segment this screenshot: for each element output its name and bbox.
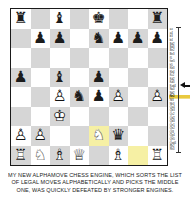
square-g7[interactable]: ♟ (128, 29, 148, 49)
piece-white-P-h4[interactable]: ♟♙ (148, 87, 168, 107)
piece-glyph: ♜ (148, 9, 168, 29)
square-b4[interactable] (31, 87, 51, 107)
move-item[interactable]: Kb4 (169, 70, 190, 74)
move-item[interactable]: Qd2 (169, 116, 190, 120)
piece-glyph: ♞ (70, 87, 90, 107)
square-g2[interactable] (128, 126, 148, 146)
square-b6[interactable] (31, 48, 51, 68)
comic-panel: ♜♝♚♜♟♟♞♟♟♟♟♝♟♟♙♞♟♟♙♟♙♚♔♟♙♟♙♞♘♛♜♖♞♘♝♗♛♕♝♗… (0, 0, 190, 200)
legal-move-list-inner: a3a4b3b4Bd2Bd3Be2Be3f5fxe5h5Kb3Kb4Kc2Kd2… (169, 28, 190, 152)
move-item[interactable]: h5 (169, 63, 190, 67)
piece-black-N-e7[interactable]: ♞ (89, 29, 109, 49)
piece-black-P-e4[interactable]: ♟ (89, 87, 109, 107)
square-d6[interactable] (70, 48, 90, 68)
square-d4[interactable]: ♞ (70, 87, 90, 107)
square-h2[interactable] (148, 126, 168, 146)
move-item[interactable]: Qe2 (169, 126, 190, 130)
square-g6[interactable] (128, 48, 148, 68)
move-item[interactable]: Qe1 (169, 123, 190, 127)
piece-glyph: ♟ (31, 29, 51, 49)
selected-move-item[interactable]: Ne2 (169, 95, 190, 99)
piece-black-P-g7[interactable]: ♟ (128, 29, 148, 49)
piece-white-R-h1[interactable]: ♜♖ (148, 146, 168, 166)
square-c7[interactable]: ♟ (50, 29, 70, 49)
move-item[interactable]: Qd3 (169, 119, 190, 123)
square-c3[interactable]: ♚♔ (50, 107, 70, 127)
piece-outline: ♙ (11, 126, 31, 146)
square-f1[interactable]: ♝♗ (109, 146, 129, 166)
square-h4[interactable]: ♟♙ (148, 87, 168, 107)
move-item[interactable]: Nf3 (169, 98, 190, 102)
piece-outline: ♔ (50, 107, 70, 127)
move-item[interactable]: a3 (169, 28, 190, 32)
square-a3[interactable] (11, 107, 31, 127)
move-item[interactable]: Rh2 (169, 144, 190, 148)
square-f3[interactable] (109, 107, 129, 127)
square-a8[interactable]: ♜ (11, 9, 31, 29)
piece-black-P-e5[interactable]: ♟ (89, 68, 109, 88)
square-b2[interactable]: ♟♙ (31, 126, 51, 146)
square-a1[interactable]: ♜♖ (11, 146, 31, 166)
piece-black-P-f7[interactable]: ♟ (109, 29, 129, 49)
square-g4[interactable] (128, 87, 148, 107)
piece-outline: ♘ (89, 126, 109, 146)
move-item[interactable]: Nh3 (169, 102, 190, 106)
move-item[interactable]: Be2 (169, 49, 190, 53)
piece-black-Q-f2[interactable]: ♛ (109, 126, 129, 146)
piece-outline: ♙ (109, 87, 129, 107)
piece-white-B-f1[interactable]: ♝♗ (109, 146, 129, 166)
square-a4[interactable] (11, 87, 31, 107)
move-item[interactable]: Be3 (169, 52, 190, 56)
square-f7[interactable]: ♟ (109, 29, 129, 49)
square-e3[interactable] (89, 107, 109, 127)
chess-board: ♜♝♚♜♟♟♞♟♟♟♟♝♟♟♙♞♟♟♙♟♙♚♔♟♙♟♙♞♘♛♜♖♞♘♝♗♛♕♝♗… (10, 8, 168, 166)
square-f2[interactable]: ♛ (109, 126, 129, 146)
piece-outline: ♙ (50, 87, 70, 107)
piece-white-B-c1[interactable]: ♝♗ (50, 146, 70, 166)
square-g3[interactable] (128, 107, 148, 127)
square-a5[interactable]: ♟ (11, 68, 31, 88)
square-e7[interactable]: ♞ (89, 29, 109, 49)
piece-white-P-b2[interactable]: ♟♙ (31, 126, 51, 146)
piece-black-P-a5[interactable]: ♟ (11, 68, 31, 88)
piece-black-B-c5[interactable]: ♝ (50, 68, 70, 88)
move-item[interactable]: Bd2 (169, 42, 190, 46)
piece-black-N-d4[interactable]: ♞ (70, 87, 90, 107)
move-item[interactable]: fxe5 (169, 59, 190, 63)
square-c8[interactable]: ♝ (50, 9, 70, 29)
piece-outline: ♗ (109, 146, 129, 166)
square-f6[interactable] (109, 48, 129, 68)
bracket-bottom-serif (176, 152, 181, 153)
move-item[interactable]: Qh5 (169, 137, 190, 141)
square-h6[interactable] (148, 48, 168, 68)
piece-glyph: ♝ (50, 9, 70, 29)
square-c1[interactable]: ♝♗ (50, 146, 70, 166)
square-g8[interactable] (128, 9, 148, 29)
square-b3[interactable] (31, 107, 51, 127)
square-e4[interactable]: ♟ (89, 87, 109, 107)
square-d1[interactable]: ♛♕ (70, 146, 90, 166)
square-h5[interactable] (148, 68, 168, 88)
move-item[interactable]: f5 (169, 56, 190, 60)
square-c6[interactable] (50, 48, 70, 68)
square-b1[interactable]: ♞♘ (31, 146, 51, 166)
move-item[interactable]: Qf3 (169, 130, 190, 134)
square-f4[interactable]: ♟♙ (109, 87, 129, 107)
piece-glyph: ♞ (89, 29, 109, 49)
piece-outline: ♘ (31, 146, 51, 166)
piece-white-K-c3[interactable]: ♚♔ (50, 107, 70, 127)
move-item[interactable]: Rh3 (169, 148, 190, 152)
square-h7[interactable]: ♟ (148, 29, 168, 49)
square-d2[interactable] (70, 126, 90, 146)
piece-outline: ♕ (70, 146, 90, 166)
bracket-top-serif (176, 27, 181, 28)
piece-white-P-f4[interactable]: ♟♙ (109, 87, 129, 107)
caption-line-1: MY NEW ALPHAMOVE CHESS ENGINE, WHICH SOR… (0, 171, 190, 179)
square-d5[interactable] (70, 68, 90, 88)
piece-black-R-a8[interactable]: ♜ (11, 9, 31, 29)
piece-white-N-b1[interactable]: ♞♘ (31, 146, 51, 166)
piece-outline: ♙ (31, 126, 51, 146)
piece-glyph: ♜ (11, 9, 31, 29)
arrow-tail (184, 85, 190, 87)
square-b8[interactable] (31, 9, 51, 29)
move-item[interactable]: Kc2 (169, 73, 190, 77)
piece-white-Q-d1[interactable]: ♛♕ (70, 146, 90, 166)
square-e6[interactable] (89, 48, 109, 68)
piece-outline: ♖ (11, 146, 31, 166)
move-item[interactable]: Qc2 (169, 112, 190, 116)
piece-black-P-b7[interactable]: ♟ (31, 29, 51, 49)
caption: MY NEW ALPHAMOVE CHESS ENGINE, WHICH SOR… (0, 171, 190, 194)
legal-move-list: a3a4b3b4Bd2Bd3Be2Be3f5fxe5h5Kb3Kb4Kc2Kd2… (169, 28, 190, 153)
piece-outline: ♙ (148, 87, 168, 107)
square-f8[interactable] (109, 9, 129, 29)
piece-black-P-c7[interactable]: ♟ (50, 29, 70, 49)
caption-line-2: OF LEGAL MOVES ALPHABETICALLY AND PICKS … (0, 179, 190, 187)
caption-line-3: ONE, WAS QUICKLY DEFEATED BY STRONGER EN… (0, 186, 190, 194)
move-item[interactable]: b3 (169, 35, 190, 39)
square-b5[interactable] (31, 68, 51, 88)
square-a6[interactable] (11, 48, 31, 68)
square-h3[interactable] (148, 107, 168, 127)
move-item[interactable]: Qb3 (169, 109, 190, 113)
square-a2[interactable]: ♟♙ (11, 126, 31, 146)
square-f5[interactable] (109, 68, 129, 88)
square-e1[interactable] (89, 146, 109, 166)
square-c4[interactable]: ♟♙ (50, 87, 70, 107)
move-item[interactable]: b4 (169, 38, 190, 42)
piece-glyph: ♟ (11, 68, 31, 88)
square-e5[interactable]: ♟ (89, 68, 109, 88)
piece-glyph: ♚ (89, 9, 109, 29)
move-item[interactable]: Nd2 (169, 91, 190, 95)
piece-black-P-h7[interactable]: ♟ (148, 29, 168, 49)
square-h1[interactable]: ♜♖ (148, 146, 168, 166)
square-d7[interactable] (70, 29, 90, 49)
square-h8[interactable]: ♜ (148, 9, 168, 29)
piece-white-R-a1[interactable]: ♜♖ (11, 146, 31, 166)
piece-black-R-h8[interactable]: ♜ (148, 9, 168, 29)
piece-outline: ♖ (148, 146, 168, 166)
square-c2[interactable] (50, 126, 70, 146)
square-g5[interactable] (128, 68, 148, 88)
piece-glyph: ♟ (109, 29, 129, 49)
piece-white-P-c4[interactable]: ♟♙ (50, 87, 70, 107)
piece-white-N-e2[interactable]: ♞♘ (89, 126, 109, 146)
piece-black-K-e8[interactable]: ♚ (89, 9, 109, 29)
square-e2[interactable]: ♞♘ (89, 126, 109, 146)
move-item[interactable]: Bd3 (169, 45, 190, 49)
piece-glyph: ♝ (50, 68, 70, 88)
piece-glyph: ♟ (128, 29, 148, 49)
move-item[interactable]: a4 (169, 31, 190, 35)
move-item[interactable]: Qg4 (169, 133, 190, 137)
piece-glyph: ♟ (148, 29, 168, 49)
move-item[interactable]: Kd2 (169, 77, 190, 81)
move-list-range-bracket (178, 27, 179, 153)
move-item[interactable]: Kb3 (169, 66, 190, 70)
square-e8[interactable]: ♚ (89, 9, 109, 29)
move-item[interactable]: Qxd4 (169, 141, 190, 145)
piece-glyph: ♛ (109, 126, 129, 146)
square-b7[interactable]: ♟ (31, 29, 51, 49)
square-a7[interactable] (11, 29, 31, 49)
square-c5[interactable]: ♝ (50, 68, 70, 88)
piece-outline: ♗ (50, 146, 70, 166)
piece-glyph: ♟ (89, 68, 109, 88)
move-item[interactable]: Qa4 (169, 105, 190, 109)
middle-move-arrow-icon (180, 82, 190, 89)
piece-glyph: ♟ (50, 29, 70, 49)
piece-glyph: ♟ (89, 87, 109, 107)
piece-black-B-c8[interactable]: ♝ (50, 9, 70, 29)
square-d8[interactable] (70, 9, 90, 29)
square-g1[interactable] (128, 146, 148, 166)
square-d3[interactable] (70, 107, 90, 127)
piece-white-P-a2[interactable]: ♟♙ (11, 126, 31, 146)
